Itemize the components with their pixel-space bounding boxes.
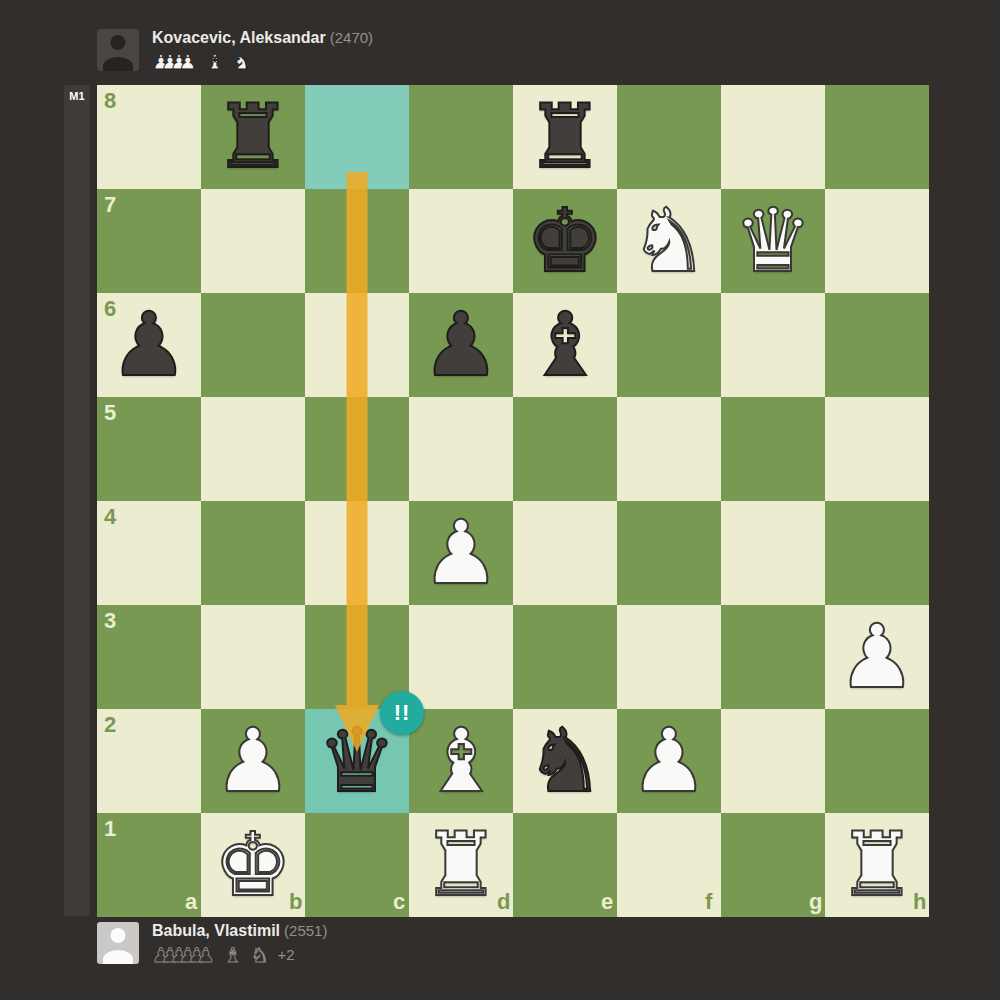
square-g4[interactable] — [721, 501, 825, 605]
black-pawn[interactable]: ♟ — [422, 301, 501, 389]
file-label-e: e — [601, 889, 613, 915]
evaluation-bar: M1 — [64, 85, 90, 916]
bottom-player-info: Babula, Vlastimil(2551) ♟♟♟♟♟♟♝♞+2 — [152, 922, 327, 965]
square-g7[interactable]: ♛ — [721, 189, 825, 293]
top-captured-pieces: ♟♟♟♟♝♞ — [152, 50, 373, 72]
square-f2[interactable]: ♟ — [617, 709, 721, 813]
square-h4[interactable] — [825, 501, 929, 605]
square-b4[interactable] — [201, 501, 305, 605]
square-c4[interactable] — [305, 501, 409, 605]
rank-label-7: 7 — [104, 192, 116, 218]
top-player-name[interactable]: Kovacevic, Aleksandar — [152, 29, 326, 46]
file-label-b: b — [289, 889, 302, 915]
square-e3[interactable] — [513, 605, 617, 709]
square-d3[interactable] — [409, 605, 513, 709]
black-bishop[interactable]: ♝ — [526, 301, 605, 389]
square-f3[interactable] — [617, 605, 721, 709]
avatar-silhouette-icon — [103, 57, 133, 71]
chess-board[interactable]: ♜♜♚♞♛♟♟♝♟♟♟♛♝♞♟♚♜♜ !! 87654321abcdefgh — [97, 85, 929, 917]
square-c7[interactable] — [305, 189, 409, 293]
white-pawn[interactable]: ♟ — [630, 717, 709, 805]
square-e7[interactable]: ♚ — [513, 189, 617, 293]
white-pawn[interactable]: ♟ — [214, 717, 293, 805]
square-e8[interactable]: ♜ — [513, 85, 617, 189]
black-king[interactable]: ♚ — [526, 197, 605, 285]
captured-bishop-icon: ♝ — [224, 945, 242, 965]
bottom-player-avatar[interactable] — [97, 922, 139, 964]
square-h5[interactable] — [825, 397, 929, 501]
square-d6[interactable]: ♟ — [409, 293, 513, 397]
captured-bishop-icon: ♝ — [206, 52, 224, 72]
square-d5[interactable] — [409, 397, 513, 501]
file-label-d: d — [497, 889, 510, 915]
captured-knight-icon: ♞ — [251, 945, 269, 965]
square-c8[interactable] — [305, 85, 409, 189]
square-b7[interactable] — [201, 189, 305, 293]
file-label-f: f — [705, 889, 712, 915]
top-player-avatar[interactable] — [97, 29, 139, 71]
square-e2[interactable]: ♞ — [513, 709, 617, 813]
captured-knight-group: ♞ — [251, 945, 269, 965]
square-g8[interactable] — [721, 85, 825, 189]
white-pawn[interactable]: ♟ — [422, 509, 501, 597]
square-g3[interactable] — [721, 605, 825, 709]
square-e4[interactable] — [513, 501, 617, 605]
chess-analysis-view: Kovacevic, Aleksandar(2470) ♟♟♟♟♝♞ M1 ♜♜… — [0, 0, 1000, 1000]
top-player-info: Kovacevic, Aleksandar(2470) ♟♟♟♟♝♞ — [152, 29, 373, 72]
square-b8[interactable]: ♜ — [201, 85, 305, 189]
material-advantage: +2 — [278, 946, 295, 963]
captured-knight-group: ♞ — [233, 52, 251, 72]
square-d2[interactable]: ♝ — [409, 709, 513, 813]
captured-pawn-icon: ♟ — [197, 945, 215, 965]
brilliant-move-badge: !! — [380, 691, 424, 735]
square-g6[interactable] — [721, 293, 825, 397]
square-e5[interactable] — [513, 397, 617, 501]
rank-label-5: 5 — [104, 400, 116, 426]
avatar-silhouette-icon — [111, 928, 126, 943]
captured-pawn-group: ♟♟♟♟♟♟ — [152, 945, 215, 965]
avatar-silhouette-icon — [103, 950, 133, 964]
square-b6[interactable] — [201, 293, 305, 397]
captured-bishop-group: ♝ — [206, 52, 224, 72]
rank-label-4: 4 — [104, 504, 116, 530]
black-queen[interactable]: ♛ — [318, 717, 397, 805]
square-e6[interactable]: ♝ — [513, 293, 617, 397]
square-h3[interactable]: ♟ — [825, 605, 929, 709]
captured-pawn-icon: ♟ — [179, 52, 197, 72]
file-label-h: h — [913, 889, 926, 915]
black-knight[interactable]: ♞ — [526, 717, 605, 805]
square-f6[interactable] — [617, 293, 721, 397]
top-player-rating: (2470) — [330, 29, 373, 46]
captured-bishop-group: ♝ — [224, 945, 242, 965]
white-bishop[interactable]: ♝ — [422, 717, 501, 805]
bottom-captured-pieces: ♟♟♟♟♟♟♝♞+2 — [152, 943, 327, 965]
brilliant-move-label: !! — [394, 700, 411, 726]
square-b3[interactable] — [201, 605, 305, 709]
square-f8[interactable] — [617, 85, 721, 189]
bottom-player-name[interactable]: Babula, Vlastimil — [152, 922, 280, 939]
file-label-a: a — [185, 889, 197, 915]
square-h7[interactable] — [825, 189, 929, 293]
square-g2[interactable] — [721, 709, 825, 813]
square-c5[interactable] — [305, 397, 409, 501]
rank-label-6: 6 — [104, 296, 116, 322]
white-king[interactable]: ♚ — [214, 821, 293, 909]
eval-mate-label: M1 — [64, 90, 90, 102]
square-h6[interactable] — [825, 293, 929, 397]
file-label-c: c — [393, 889, 405, 915]
square-f7[interactable]: ♞ — [617, 189, 721, 293]
white-rook[interactable]: ♜ — [422, 821, 501, 909]
rank-label-2: 2 — [104, 712, 116, 738]
captured-pawn-group: ♟♟♟♟ — [152, 52, 197, 72]
rank-label-8: 8 — [104, 88, 116, 114]
white-pawn[interactable]: ♟ — [838, 613, 917, 701]
file-label-g: g — [809, 889, 822, 915]
rank-label-1: 1 — [104, 816, 116, 842]
white-rook[interactable]: ♜ — [838, 821, 917, 909]
square-d7[interactable] — [409, 189, 513, 293]
black-pawn[interactable]: ♟ — [110, 301, 189, 389]
square-f4[interactable] — [617, 501, 721, 605]
square-b2[interactable]: ♟ — [201, 709, 305, 813]
captured-knight-icon: ♞ — [233, 52, 251, 72]
square-h2[interactable] — [825, 709, 929, 813]
square-c6[interactable] — [305, 293, 409, 397]
square-b5[interactable] — [201, 397, 305, 501]
white-knight[interactable]: ♞ — [630, 197, 709, 285]
avatar-silhouette-icon — [111, 35, 126, 50]
square-d4[interactable]: ♟ — [409, 501, 513, 605]
white-queen[interactable]: ♛ — [734, 197, 813, 285]
square-f5[interactable] — [617, 397, 721, 501]
bottom-player-row: Babula, Vlastimil(2551) ♟♟♟♟♟♟♝♞+2 — [97, 922, 327, 965]
black-rook[interactable]: ♜ — [526, 93, 605, 181]
rank-label-3: 3 — [104, 608, 116, 634]
square-g5[interactable] — [721, 397, 825, 501]
black-rook[interactable]: ♜ — [214, 93, 293, 181]
top-player-row: Kovacevic, Aleksandar(2470) ♟♟♟♟♝♞ — [97, 29, 373, 72]
bottom-player-rating: (2551) — [284, 922, 327, 939]
square-d8[interactable] — [409, 85, 513, 189]
square-h8[interactable] — [825, 85, 929, 189]
